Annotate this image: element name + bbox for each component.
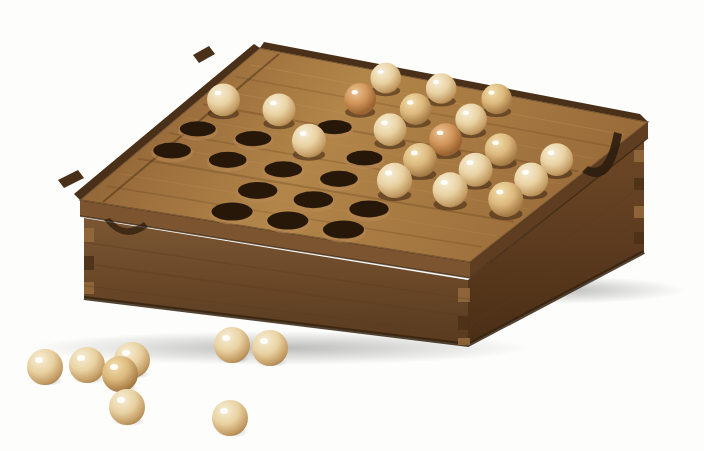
marble-highlight (466, 160, 473, 165)
marble[interactable] (263, 93, 296, 126)
marble[interactable] (433, 172, 468, 207)
marble-highlight (411, 151, 418, 156)
loose-marble[interactable] (102, 356, 138, 392)
marble-highlight (300, 131, 307, 136)
loose-marble[interactable] (214, 327, 250, 363)
marble-highlight (437, 131, 444, 136)
photo-stage (0, 0, 704, 451)
loose-marble-highlight (77, 355, 85, 361)
marble[interactable] (207, 83, 240, 116)
marble-highlight (522, 170, 529, 175)
board-hole[interactable] (323, 221, 364, 239)
marble-highlight (407, 100, 413, 104)
marble-highlight (378, 70, 384, 74)
marble-highlight (441, 180, 448, 185)
board-hole[interactable] (235, 131, 271, 146)
marble[interactable] (488, 182, 523, 217)
solitaire-scene (0, 0, 704, 451)
loose-marble[interactable] (27, 349, 63, 385)
dovetail-tooth (634, 206, 644, 218)
dovetail-tooth (634, 150, 644, 162)
board-hole[interactable] (294, 191, 333, 208)
marble[interactable] (426, 73, 457, 104)
board-hole[interactable] (180, 121, 216, 136)
board-hole[interactable] (153, 142, 191, 158)
board-hole[interactable] (267, 212, 308, 230)
marble-highlight (492, 140, 499, 145)
loose-marble-highlight (122, 350, 130, 356)
marble[interactable] (370, 63, 401, 94)
loose-marble[interactable] (252, 330, 288, 366)
marble-highlight (270, 101, 277, 106)
marble-highlight (385, 171, 392, 176)
loose-marble-highlight (222, 335, 230, 341)
marble-highlight (352, 90, 358, 94)
dovetail-tooth (458, 338, 470, 345)
board-hole[interactable] (209, 152, 247, 168)
marble[interactable] (292, 124, 326, 158)
loose-marble[interactable] (212, 400, 248, 436)
board-hole[interactable] (212, 203, 253, 221)
loose-marble-highlight (35, 357, 43, 363)
marble-highlight (488, 90, 494, 94)
marble[interactable] (377, 163, 412, 198)
dovetail-tooth (458, 288, 470, 302)
loose-marble-highlight (110, 364, 118, 370)
marble-highlight (215, 91, 222, 96)
marble[interactable] (374, 113, 407, 146)
dovetail-tooth (634, 232, 644, 244)
marble[interactable] (481, 84, 512, 115)
loose-marble-highlight (260, 338, 268, 344)
dovetail-tooth (84, 228, 94, 242)
board-hole[interactable] (349, 200, 388, 217)
marble-highlight (381, 121, 388, 126)
board-hole[interactable] (264, 161, 302, 177)
marble-highlight (463, 110, 469, 114)
marble-highlight (433, 80, 439, 84)
board-hole[interactable] (320, 171, 358, 187)
loose-marble[interactable] (69, 347, 105, 383)
dovetail-tooth (84, 282, 94, 294)
board-hole[interactable] (238, 182, 277, 199)
dovetail-tooth (458, 316, 470, 330)
board-hole[interactable] (347, 150, 383, 165)
marble[interactable] (455, 103, 487, 135)
marble-highlight (496, 190, 503, 195)
loose-marble-highlight (220, 408, 228, 414)
marble[interactable] (344, 83, 376, 115)
marble-highlight (548, 150, 555, 155)
loose-marble[interactable] (109, 389, 145, 425)
loose-marble-highlight (117, 397, 125, 403)
marble[interactable] (400, 93, 432, 125)
